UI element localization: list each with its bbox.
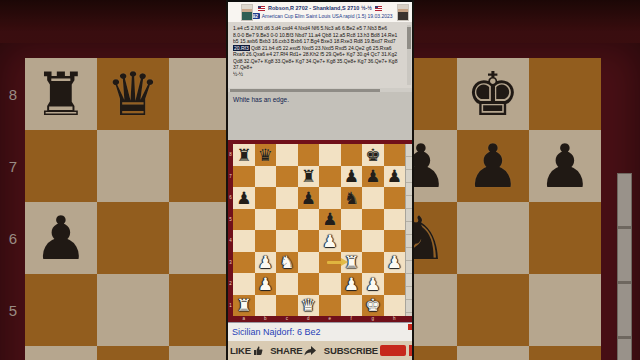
- square-a5[interactable]: [233, 209, 255, 231]
- square-a5: [25, 274, 97, 346]
- square-f2[interactable]: ♟: [341, 273, 363, 295]
- rank-label-6: 6: [228, 187, 233, 209]
- background-rank-label-5: 5: [6, 302, 20, 319]
- square-a1[interactable]: ♜: [233, 295, 255, 317]
- like-label: LIKE: [230, 345, 251, 356]
- piece-black-king: ♚: [457, 58, 529, 130]
- square-a7[interactable]: [233, 166, 255, 188]
- us-flag-icon: [375, 6, 382, 11]
- square-g1[interactable]: ♚: [362, 295, 384, 317]
- piece-black-rook: ♜: [25, 58, 97, 130]
- piece-black-pawn: ♟: [25, 202, 97, 274]
- piece-black-pawn: ♟: [233, 187, 255, 209]
- square-a8[interactable]: ♜: [233, 144, 255, 166]
- scrollbar-thumb[interactable]: [407, 27, 411, 49]
- square-e2[interactable]: [319, 273, 341, 295]
- square-g2[interactable]: ♟: [362, 273, 384, 295]
- piece-black-pawn: ♟: [298, 187, 320, 209]
- share-button[interactable]: SHARE: [270, 345, 316, 356]
- square-g3[interactable]: [362, 252, 384, 274]
- square-b8[interactable]: ♛: [255, 144, 277, 166]
- piece-white-knight: ♞: [276, 252, 298, 274]
- move-line[interactable]: Rxa6 26.Qxa6 e4 27.Rf4 Rd1+ 28.Kh2 f5 29…: [233, 51, 404, 58]
- subscribe-button[interactable]: SUBSCRIBE: [324, 345, 406, 356]
- black-player-photo: [397, 4, 409, 21]
- rank-label-7: 7: [228, 166, 233, 188]
- share-arrow-icon: [304, 346, 316, 356]
- square-b2[interactable]: ♟: [255, 273, 277, 295]
- square-g5: [457, 274, 529, 346]
- action-bar: LIKE SHARE SUBSCRIBE: [228, 341, 412, 360]
- square-g6: [457, 202, 529, 274]
- square-c5[interactable]: [276, 209, 298, 231]
- square-g8[interactable]: ♚: [362, 144, 384, 166]
- square-b6: [97, 202, 169, 274]
- square-a4[interactable]: [233, 230, 255, 252]
- piece-white-pawn: ♟: [255, 273, 277, 295]
- square-a6[interactable]: ♟: [233, 187, 255, 209]
- square-b7[interactable]: [255, 166, 277, 188]
- piece-white-pawn: ♟: [362, 273, 384, 295]
- background-rank-label-8: 8: [6, 86, 20, 103]
- square-b4[interactable]: [255, 230, 277, 252]
- rank-label-8: 8: [228, 144, 233, 166]
- opening-name: Sicilian Najdorf: 6 Be2: [232, 327, 321, 337]
- square-a2[interactable]: [233, 273, 255, 295]
- piece-black-rook: ♜: [233, 144, 255, 166]
- opening-caption: Sicilian Najdorf: 6 Be2: [228, 322, 412, 341]
- square-d6[interactable]: ♟: [298, 187, 320, 209]
- piece-black-pawn: ♟: [457, 130, 529, 202]
- square-c1[interactable]: [276, 295, 298, 317]
- square-a3[interactable]: [233, 252, 255, 274]
- piece-white-pawn: ♟: [384, 252, 406, 274]
- us-flag-icon: [258, 6, 265, 11]
- square-h4[interactable]: [384, 230, 406, 252]
- square-b8: ♛: [97, 58, 169, 130]
- rank-labels: 87654321: [228, 144, 233, 316]
- square-d4[interactable]: [298, 230, 320, 252]
- move-line[interactable]: 1.e4 c5 2.Nf3 d6 3.d4 cxd4 4.Nxd4 Nf6 5.…: [233, 25, 404, 32]
- square-d7[interactable]: ♜: [298, 166, 320, 188]
- last-move-arrow: [327, 261, 342, 264]
- square-h5: [529, 274, 601, 346]
- square-g7: ♟: [457, 130, 529, 202]
- square-d2[interactable]: [298, 273, 320, 295]
- game-result: ½-½: [233, 71, 404, 78]
- piece-black-pawn: ♟: [529, 130, 601, 202]
- move-line-rest: Qd8 21.b4 d5 22.exd5 Nxd5 23.Nxd5 Rxd5 2…: [250, 45, 392, 51]
- board-side-scrollbar[interactable]: [405, 144, 412, 316]
- square-h6[interactable]: [384, 187, 406, 209]
- square-c4[interactable]: [276, 230, 298, 252]
- background-scrollbar: [617, 173, 632, 360]
- square-h8[interactable]: [384, 144, 406, 166]
- square-h3[interactable]: ♟: [384, 252, 406, 274]
- square-c8[interactable]: [276, 144, 298, 166]
- piece-black-pawn: ♟: [384, 166, 406, 188]
- piece-black-pawn: ♟: [319, 209, 341, 231]
- square-b7: [97, 130, 169, 202]
- square-e7[interactable]: [319, 166, 341, 188]
- square-g8: ♚: [457, 58, 529, 130]
- background-rank-label-6: 6: [6, 230, 20, 247]
- current-move-highlight[interactable]: 20.Rf3: [233, 45, 250, 51]
- like-button[interactable]: LIKE: [230, 345, 263, 356]
- rank-label-4: 4: [228, 230, 233, 252]
- square-h4: [529, 346, 601, 360]
- chess-board: ♜♛♚♜♟♟♟♟♟♞♟♟♟♞♜♟♟♟♟♜♛♚ 87654321 abcdefgh: [228, 140, 412, 322]
- square-a4: [25, 346, 97, 360]
- square-g6[interactable]: [362, 187, 384, 209]
- evaluation-text: White has an edge.: [233, 96, 289, 103]
- square-h7: ♟: [529, 130, 601, 202]
- subscribe-red-button[interactable]: [380, 345, 406, 356]
- video-frame: ♜♛♚♜♟♟♟♟♟♞♟♟♟♞♜♟♟♟♟♜♛♚ 87654321 Robson,R…: [0, 0, 640, 360]
- square-e6[interactable]: [319, 187, 341, 209]
- square-f8[interactable]: [341, 144, 363, 166]
- square-c2[interactable]: [276, 273, 298, 295]
- square-h1[interactable]: [384, 295, 406, 317]
- square-g4[interactable]: [362, 230, 384, 252]
- rank-label-2: 2: [228, 273, 233, 295]
- move-list-scrollbar[interactable]: [407, 25, 411, 85]
- square-b1[interactable]: [255, 295, 277, 317]
- caption-red-marker: [408, 324, 412, 330]
- subscribe-label: SUBSCRIBE: [324, 345, 378, 356]
- background-rank-label-7: 7: [6, 158, 20, 175]
- piece-black-knight: ♞: [341, 187, 363, 209]
- last-move-arrow-head: [341, 258, 348, 266]
- horizontal-scrollbar-thumb[interactable]: [230, 89, 380, 92]
- thumbs-up-icon: [253, 346, 263, 356]
- square-e1[interactable]: [319, 295, 341, 317]
- move-line[interactable]: Qd8 32.Qe7+ Kg8 33.Qe8+ Kg7 34.Qe7+ Kg8 …: [233, 58, 404, 65]
- piece-white-king: ♚: [362, 295, 384, 317]
- square-h2[interactable]: [384, 273, 406, 295]
- rank-label-1: 1: [228, 295, 233, 317]
- square-f4[interactable]: [341, 230, 363, 252]
- piece-black-rook: ♜: [298, 166, 320, 188]
- square-e5[interactable]: ♟: [319, 209, 341, 231]
- square-a7: [25, 130, 97, 202]
- square-d3[interactable]: [298, 252, 320, 274]
- piece-white-pawn: ♟: [341, 273, 363, 295]
- square-f1[interactable]: [341, 295, 363, 317]
- square-h8: [529, 58, 601, 130]
- square-h5[interactable]: [384, 209, 406, 231]
- move-list[interactable]: 1.e4 c5 2.Nf3 d6 3.d4 cxd4 4.Nxd4 Nf6 5.…: [228, 22, 412, 88]
- square-h6: [529, 202, 601, 274]
- square-d8[interactable]: [298, 144, 320, 166]
- square-e4[interactable]: ♟: [319, 230, 341, 252]
- square-f5[interactable]: [341, 209, 363, 231]
- square-f7[interactable]: ♟: [341, 166, 363, 188]
- video-strip: Robson,R 2702 - Shankland,S 2710 ½-½ B92…: [228, 0, 412, 360]
- piece-black-king: ♚: [362, 144, 384, 166]
- square-b5[interactable]: [255, 209, 277, 231]
- square-e8[interactable]: [319, 144, 341, 166]
- piece-white-queen: ♛: [298, 295, 320, 317]
- square-b5: [97, 274, 169, 346]
- right-edge-red-marker: [409, 345, 412, 356]
- piece-white-rook: ♜: [233, 295, 255, 317]
- piece-black-queen: ♛: [97, 58, 169, 130]
- white-player-photo: [241, 4, 253, 21]
- square-f6[interactable]: ♞: [341, 187, 363, 209]
- horizontal-scrollbar[interactable]: [228, 88, 412, 92]
- piece-black-pawn: ♟: [341, 166, 363, 188]
- chess-board-grid: ♜♛♚♜♟♟♟♟♟♞♟♟♟♞♜♟♟♟♟♜♛♚: [233, 144, 405, 316]
- piece-white-pawn: ♟: [255, 252, 277, 274]
- evaluation-panel: White has an edge.: [228, 92, 412, 140]
- square-a6: ♟: [25, 202, 97, 274]
- square-c3[interactable]: ♞: [276, 252, 298, 274]
- square-b6[interactable]: [255, 187, 277, 209]
- square-c6[interactable]: [276, 187, 298, 209]
- event-line: American Cup Elim Saint Louis USA rapid …: [262, 13, 393, 19]
- square-d1[interactable]: ♛: [298, 295, 320, 317]
- share-label: SHARE: [270, 345, 302, 356]
- square-g7[interactable]: ♟: [362, 166, 384, 188]
- square-g4: [457, 346, 529, 360]
- square-a8: ♜: [25, 58, 97, 130]
- square-b3[interactable]: ♟: [255, 252, 277, 274]
- square-h7[interactable]: ♟: [384, 166, 406, 188]
- square-g5[interactable]: [362, 209, 384, 231]
- square-d5[interactable]: [298, 209, 320, 231]
- game-header: Robson,R 2702 - Shankland,S 2710 ½-½ B92…: [228, 2, 412, 22]
- piece-black-queen: ♛: [255, 144, 277, 166]
- square-c7[interactable]: [276, 166, 298, 188]
- players-line: Robson,R 2702 - Shankland,S 2710 ½-½: [268, 5, 372, 11]
- piece-white-pawn: ♟: [319, 230, 341, 252]
- rank-label-5: 5: [228, 209, 233, 231]
- square-b4: [97, 346, 169, 360]
- piece-black-pawn: ♟: [362, 166, 384, 188]
- rank-label-3: 3: [228, 252, 233, 274]
